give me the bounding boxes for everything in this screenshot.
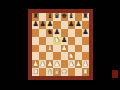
square-f6[interactable] [68, 29, 75, 37]
piece-white-bishop: ♝ [47, 45, 53, 52]
square-h2[interactable]: ♟ [82, 60, 89, 68]
piece-black-pawn: ♟ [47, 21, 53, 28]
piece-black-bishop: ♝ [68, 13, 74, 20]
square-g2[interactable]: ♟ [75, 60, 82, 68]
square-b6[interactable] [39, 29, 46, 37]
piece-black-rook: ♜ [32, 13, 38, 20]
square-a3[interactable] [32, 52, 39, 60]
square-g7[interactable]: ♟ [75, 21, 82, 29]
square-c5[interactable] [46, 37, 53, 45]
piece-white-pawn: ♟ [68, 60, 74, 67]
piece-white-pawn: ♟ [47, 60, 53, 67]
square-d6[interactable]: ♟ [53, 29, 60, 37]
square-b4[interactable] [39, 45, 46, 53]
square-g6[interactable] [75, 29, 82, 37]
square-e2[interactable] [61, 60, 68, 68]
square-a4[interactable] [32, 45, 39, 53]
piece-black-knight: ♞ [47, 29, 53, 36]
piece-white-pawn: ♟ [61, 45, 67, 52]
chess-board: ♜♝♛♚♝♜♟♟♟♟♟♞♟♟♞♟♝♟♞♟♟♟♟♟♟♟♜♝♛♚♜ [28, 9, 93, 80]
piece-black-pawn: ♟ [40, 21, 46, 28]
piece-black-rook: ♜ [82, 13, 88, 20]
square-a6[interactable] [32, 29, 39, 37]
square-e5[interactable]: ♟ [61, 37, 68, 45]
square-d2[interactable]: ♟ [53, 60, 60, 68]
piece-white-knight: ♞ [68, 53, 74, 60]
piece-white-knight: ♞ [54, 37, 60, 44]
square-h3[interactable] [82, 52, 89, 60]
square-f3[interactable]: ♞ [68, 52, 75, 60]
square-c2[interactable]: ♟ [46, 60, 53, 68]
piece-black-pawn: ♟ [75, 21, 81, 28]
square-e4[interactable]: ♟ [61, 45, 68, 53]
watermark-logo [112, 70, 118, 78]
square-g3[interactable] [75, 52, 82, 60]
square-h1[interactable]: ♜ [82, 68, 89, 76]
piece-white-pawn: ♟ [40, 60, 46, 67]
piece-black-queen: ♛ [54, 13, 60, 20]
square-g4[interactable] [75, 45, 82, 53]
square-b3[interactable] [39, 52, 46, 60]
square-h5[interactable] [82, 37, 89, 45]
piece-black-pawn: ♟ [82, 29, 88, 36]
piece-white-rook: ♜ [82, 68, 88, 75]
piece-white-queen: ♛ [54, 68, 60, 75]
square-a1[interactable]: ♜ [32, 68, 39, 76]
square-h7[interactable] [82, 21, 89, 29]
square-b2[interactable]: ♟ [39, 60, 46, 68]
piece-black-king: ♚ [61, 13, 67, 20]
square-a2[interactable]: ♟ [32, 60, 39, 68]
square-h8[interactable]: ♜ [82, 13, 89, 21]
square-d3[interactable] [53, 52, 60, 60]
square-e3[interactable] [61, 52, 68, 60]
square-f2[interactable]: ♟ [68, 60, 75, 68]
square-c6[interactable]: ♞ [46, 29, 53, 37]
square-f5[interactable] [68, 37, 75, 45]
square-d5[interactable]: ♞ [53, 37, 60, 45]
square-d1[interactable]: ♛ [53, 68, 60, 76]
piece-white-pawn: ♟ [32, 60, 38, 67]
square-c4[interactable]: ♝ [46, 45, 53, 53]
square-d4[interactable] [53, 45, 60, 53]
square-e7[interactable] [61, 21, 68, 29]
square-d7[interactable] [53, 21, 60, 29]
piece-white-king: ♚ [61, 68, 67, 75]
square-h6[interactable]: ♟ [82, 29, 89, 37]
square-a5[interactable] [32, 37, 39, 45]
square-b5[interactable] [39, 37, 46, 45]
piece-black-pawn: ♟ [32, 21, 38, 28]
chess-board-grid: ♜♝♛♚♝♜♟♟♟♟♟♞♟♟♞♟♝♟♞♟♟♟♟♟♟♟♜♝♛♚♜ [32, 13, 89, 76]
square-h4[interactable] [82, 45, 89, 53]
piece-black-bishop: ♝ [47, 13, 53, 20]
square-f8[interactable]: ♝ [68, 13, 75, 21]
piece-black-pawn: ♟ [54, 29, 60, 36]
square-a7[interactable]: ♟ [32, 21, 39, 29]
piece-white-pawn: ♟ [75, 60, 81, 67]
square-g5[interactable] [75, 37, 82, 45]
square-g8[interactable] [75, 13, 82, 21]
square-b1[interactable] [39, 68, 46, 76]
square-c8[interactable]: ♝ [46, 13, 53, 21]
square-e6[interactable] [61, 29, 68, 37]
square-d8[interactable]: ♛ [53, 13, 60, 21]
piece-black-pawn: ♟ [61, 37, 67, 44]
square-c7[interactable]: ♟ [46, 21, 53, 29]
piece-white-pawn: ♟ [54, 60, 60, 67]
piece-white-bishop: ♝ [47, 68, 53, 75]
square-f1[interactable] [68, 68, 75, 76]
piece-white-rook: ♜ [32, 68, 38, 75]
square-c1[interactable]: ♝ [46, 68, 53, 76]
square-b7[interactable]: ♟ [39, 21, 46, 29]
square-c3[interactable] [46, 52, 53, 60]
piece-black-pawn: ♟ [68, 21, 74, 28]
square-e1[interactable]: ♚ [61, 68, 68, 76]
square-f4[interactable] [68, 45, 75, 53]
square-b8[interactable] [39, 13, 46, 21]
square-e8[interactable]: ♚ [61, 13, 68, 21]
square-g1[interactable] [75, 68, 82, 76]
square-a8[interactable]: ♜ [32, 13, 39, 21]
piece-white-pawn: ♟ [82, 60, 88, 67]
square-f7[interactable]: ♟ [68, 21, 75, 29]
